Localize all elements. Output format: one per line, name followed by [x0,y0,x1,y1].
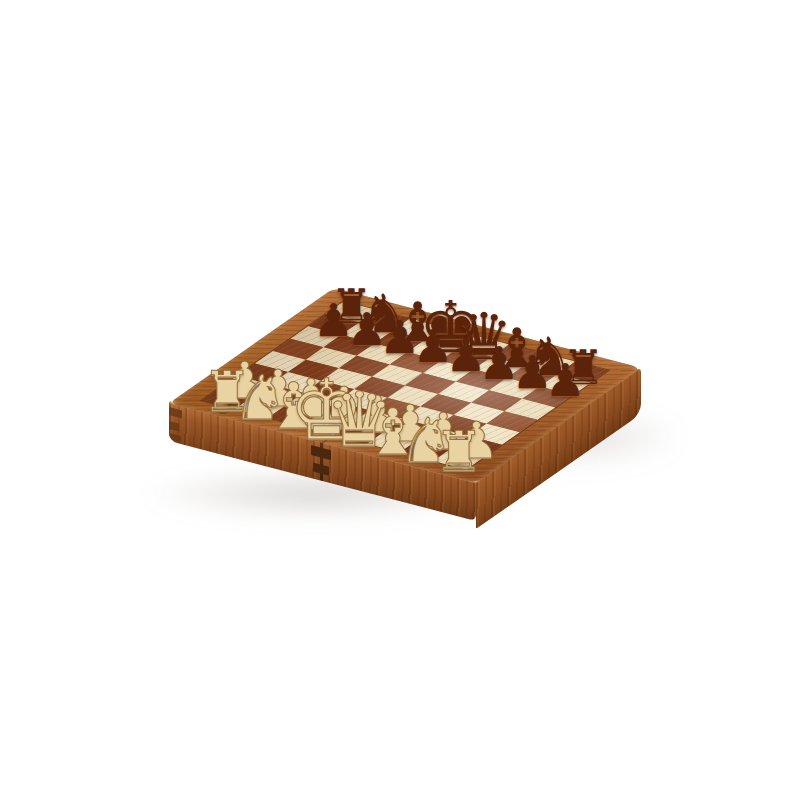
product-photo-scene: ♜♞♝♚♛♝♞♜♟♟♟♟♟♟♟♟♟♟♟♟♟♟♟♟♜♞♝♚♛♝♞♜ [0,0,800,800]
piece-black-pawn[interactable]: ♟ [545,358,586,403]
piece-white-rook[interactable]: ♜ [434,425,484,481]
pieces-layer: ♜♞♝♚♛♝♞♜♟♟♟♟♟♟♟♟♟♟♟♟♟♟♟♟♜♞♝♚♛♝♞♜ [0,0,800,800]
